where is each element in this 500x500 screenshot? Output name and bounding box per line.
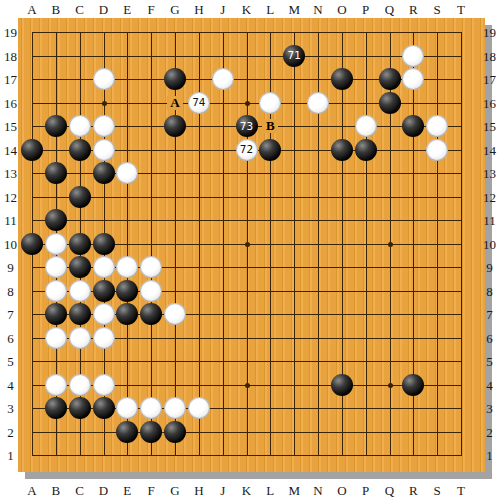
stone-white-n16 — [307, 92, 329, 114]
stone-white-d4 — [93, 374, 115, 396]
coord-right-16: 16 — [483, 96, 496, 109]
coord-left-10: 10 — [4, 237, 17, 250]
coord-left-11: 11 — [4, 214, 17, 227]
stone-black-o14 — [331, 139, 353, 161]
stone-black-l14 — [259, 139, 281, 161]
coord-top-r: R — [409, 2, 418, 15]
coord-right-17: 17 — [483, 73, 496, 86]
coord-top-e: E — [123, 2, 131, 15]
stone-white-d15 — [93, 115, 115, 137]
coord-right-19: 19 — [483, 26, 496, 39]
coord-top-b: B — [51, 2, 60, 15]
coord-top-l: L — [266, 2, 274, 15]
coord-top-p: P — [362, 2, 369, 15]
stone-black-b15 — [45, 115, 67, 137]
stone-white-f3 — [140, 397, 162, 419]
coord-bottom-q: Q — [385, 484, 394, 497]
coord-right-2: 2 — [486, 425, 493, 438]
stone-white-h3 — [188, 397, 210, 419]
grid-line-horizontal-18 — [32, 56, 462, 57]
coord-top-j: J — [220, 2, 225, 15]
stone-black-m18: 71 — [283, 45, 305, 67]
coord-bottom-k: K — [242, 484, 251, 497]
coord-bottom-d: D — [99, 484, 108, 497]
stone-black-r4 — [402, 374, 424, 396]
coord-left-3: 3 — [7, 402, 14, 415]
stone-white-p15 — [355, 115, 377, 137]
go-diagram-page: AB71747372 AABBCCDDEEFFGGHHJJKKLLMMNNOOP… — [0, 0, 500, 500]
stone-white-k14: 72 — [236, 139, 258, 161]
stone-white-r18 — [402, 45, 424, 67]
stone-white-d9 — [93, 256, 115, 278]
stone-black-d13 — [93, 162, 115, 184]
stone-black-b11 — [45, 209, 67, 231]
stone-black-e7 — [116, 303, 138, 325]
coord-top-h: H — [194, 2, 203, 15]
coord-bottom-o: O — [337, 484, 346, 497]
coord-right-11: 11 — [483, 214, 496, 227]
stone-white-h16: 74 — [188, 92, 210, 114]
coord-right-1: 1 — [486, 449, 493, 462]
grid-line-horizontal-12 — [32, 197, 462, 198]
coord-bottom-t: T — [457, 484, 465, 497]
coord-bottom-j: J — [220, 484, 225, 497]
stone-black-q17 — [379, 68, 401, 90]
stone-black-r15 — [402, 115, 424, 137]
coord-left-2: 2 — [7, 425, 14, 438]
stone-white-e9 — [116, 256, 138, 278]
coord-left-17: 17 — [4, 73, 17, 86]
star-point-d16 — [102, 101, 107, 106]
stone-black-c10 — [69, 233, 91, 255]
coord-top-q: Q — [385, 2, 394, 15]
coord-bottom-r: R — [409, 484, 418, 497]
stone-black-d8 — [93, 280, 115, 302]
coord-bottom-e: E — [123, 484, 131, 497]
stone-black-g17 — [164, 68, 186, 90]
stone-black-c14 — [69, 139, 91, 161]
star-point-k16 — [245, 101, 250, 106]
stone-white-b9 — [45, 256, 67, 278]
stone-black-b3 — [45, 397, 67, 419]
coord-left-19: 19 — [4, 26, 17, 39]
stone-white-d7 — [93, 303, 115, 325]
coord-top-o: O — [337, 2, 346, 15]
coord-left-12: 12 — [4, 190, 17, 203]
coord-top-c: C — [75, 2, 84, 15]
coord-right-7: 7 — [486, 308, 493, 321]
move-number-71: 71 — [287, 50, 300, 61]
coord-left-7: 7 — [7, 308, 14, 321]
stone-black-p14 — [355, 139, 377, 161]
coord-bottom-a: A — [27, 484, 36, 497]
star-point-k10 — [245, 242, 250, 247]
coord-right-3: 3 — [486, 402, 493, 415]
stone-black-e2 — [116, 421, 138, 443]
stone-black-d3 — [93, 397, 115, 419]
coord-right-15: 15 — [483, 120, 496, 133]
stone-black-o17 — [331, 68, 353, 90]
grid-line-horizontal-19 — [32, 32, 462, 33]
coord-bottom-n: N — [313, 484, 322, 497]
coord-left-13: 13 — [4, 167, 17, 180]
coord-right-10: 10 — [483, 237, 496, 250]
coord-bottom-f: F — [148, 484, 155, 497]
move-number-72: 72 — [240, 144, 253, 155]
annotation-label-b: B — [262, 119, 278, 133]
grid-line-horizontal-2 — [32, 432, 462, 433]
move-number-74: 74 — [192, 97, 205, 108]
coord-left-1: 1 — [7, 449, 14, 462]
coord-top-m: M — [288, 2, 300, 15]
stone-black-c7 — [69, 303, 91, 325]
coord-right-6: 6 — [486, 331, 493, 344]
stone-black-f2 — [140, 421, 162, 443]
grid-line-horizontal-1 — [32, 455, 462, 456]
coord-top-d: D — [99, 2, 108, 15]
stone-white-d17 — [93, 68, 115, 90]
coord-right-8: 8 — [486, 284, 493, 297]
stone-white-s15 — [426, 115, 448, 137]
stone-white-r17 — [402, 68, 424, 90]
stone-white-c4 — [69, 374, 91, 396]
coord-bottom-g: G — [170, 484, 179, 497]
move-number-73: 73 — [240, 121, 253, 132]
stone-black-a14 — [21, 139, 43, 161]
coord-left-9: 9 — [7, 261, 14, 274]
stone-black-g15 — [164, 115, 186, 137]
stone-white-f9 — [140, 256, 162, 278]
star-point-k4 — [245, 383, 250, 388]
stone-white-e13 — [116, 162, 138, 184]
coord-left-5: 5 — [7, 355, 14, 368]
stone-black-e8 — [116, 280, 138, 302]
stone-white-e3 — [116, 397, 138, 419]
star-point-q4 — [388, 383, 393, 388]
stone-white-b6 — [45, 327, 67, 349]
stone-white-l16 — [259, 92, 281, 114]
stone-white-c8 — [69, 280, 91, 302]
coord-right-4: 4 — [486, 378, 493, 391]
coord-left-16: 16 — [4, 96, 17, 109]
coord-top-n: N — [313, 2, 322, 15]
stone-white-g3 — [164, 397, 186, 419]
coord-bottom-h: H — [194, 484, 203, 497]
star-point-q10 — [388, 242, 393, 247]
coord-bottom-s: S — [434, 484, 441, 497]
coord-left-4: 4 — [7, 378, 14, 391]
coord-right-18: 18 — [483, 49, 496, 62]
coord-top-t: T — [457, 2, 465, 15]
coord-right-14: 14 — [483, 143, 496, 156]
coord-bottom-m: M — [288, 484, 300, 497]
coord-bottom-c: C — [75, 484, 84, 497]
stone-white-s14 — [426, 139, 448, 161]
coord-top-g: G — [170, 2, 179, 15]
annotation-label-a: A — [167, 96, 183, 110]
coord-top-k: K — [242, 2, 251, 15]
coord-bottom-b: B — [51, 484, 60, 497]
stone-black-c12 — [69, 186, 91, 208]
coord-bottom-p: P — [362, 484, 369, 497]
stone-black-f7 — [140, 303, 162, 325]
coord-left-15: 15 — [4, 120, 17, 133]
coord-top-s: S — [434, 2, 441, 15]
stone-white-b10 — [45, 233, 67, 255]
stone-black-c3 — [69, 397, 91, 419]
stone-white-j17 — [212, 68, 234, 90]
go-board[interactable]: AB71747372 — [18, 18, 485, 472]
stone-white-d6 — [93, 327, 115, 349]
coord-top-f: F — [148, 2, 155, 15]
coord-right-13: 13 — [483, 167, 496, 180]
coord-right-5: 5 — [486, 355, 493, 368]
coord-right-12: 12 — [483, 190, 496, 203]
coord-left-14: 14 — [4, 143, 17, 156]
stone-white-b8 — [45, 280, 67, 302]
stone-black-q16 — [379, 92, 401, 114]
stone-black-a10 — [21, 233, 43, 255]
stone-black-b7 — [45, 303, 67, 325]
stone-white-c6 — [69, 327, 91, 349]
coord-bottom-l: L — [266, 484, 274, 497]
stone-black-b13 — [45, 162, 67, 184]
stone-white-c15 — [69, 115, 91, 137]
grid-line-horizontal-5 — [32, 361, 462, 362]
stone-white-b4 — [45, 374, 67, 396]
stone-white-g7 — [164, 303, 186, 325]
grid-line-horizontal-11 — [32, 220, 462, 221]
coord-right-9: 9 — [486, 261, 493, 274]
coord-top-a: A — [27, 2, 36, 15]
coord-left-8: 8 — [7, 284, 14, 297]
stone-black-g2 — [164, 421, 186, 443]
coord-left-6: 6 — [7, 331, 14, 344]
stone-black-d10 — [93, 233, 115, 255]
coord-left-18: 18 — [4, 49, 17, 62]
stone-black-c9 — [69, 256, 91, 278]
stone-black-o4 — [331, 374, 353, 396]
stone-black-k15: 73 — [236, 115, 258, 137]
stone-white-d14 — [93, 139, 115, 161]
stone-white-f8 — [140, 280, 162, 302]
